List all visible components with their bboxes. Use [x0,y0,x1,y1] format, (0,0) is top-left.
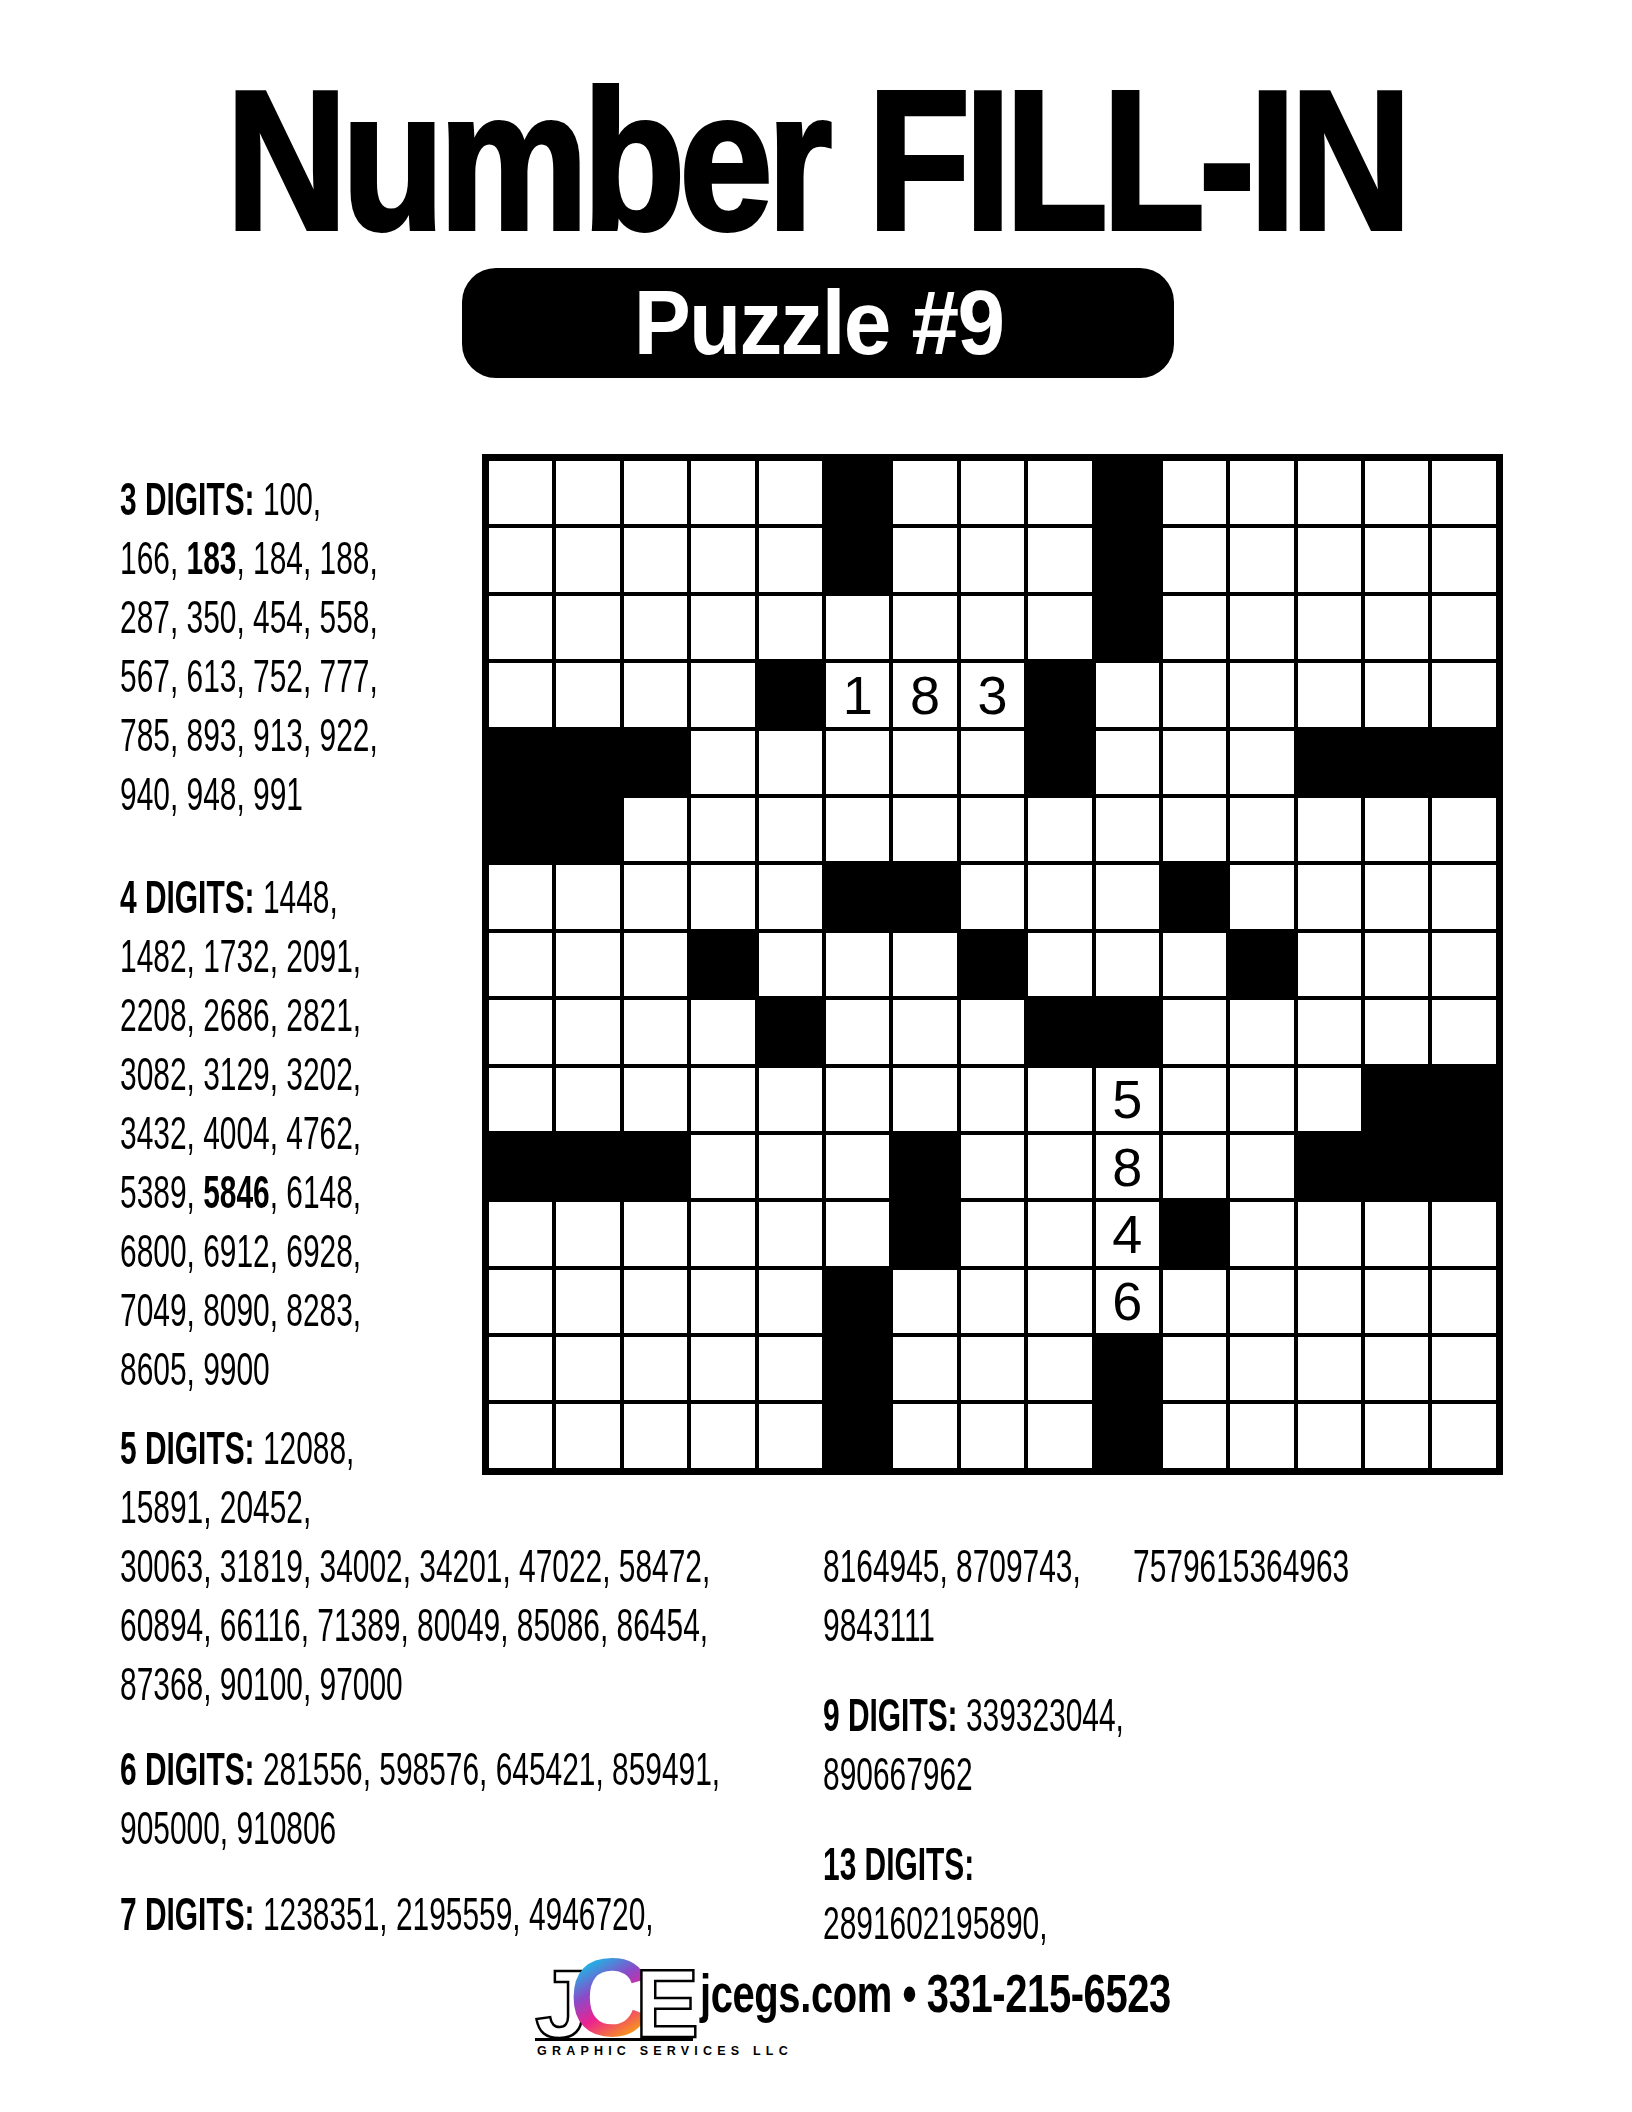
clue-line-text: 2891602195890, [823,1894,1047,1953]
clue-line: 2891602195890, [823,1894,1286,1953]
grid-cell-empty[interactable] [1296,863,1363,930]
grid-cell-empty[interactable] [1430,594,1497,661]
grid-cell-empty[interactable] [1228,1268,1295,1335]
prefilled-entry: 183 [187,532,237,584]
grid-cell-black [1296,729,1363,796]
clue-section-heading-line: 4 DIGITS: 1448, [120,868,1043,927]
grid-cell-empty[interactable] [1296,1402,1363,1469]
clue-line: 7049, 8090, 8283, [120,1281,1043,1340]
grid-cell-empty[interactable] [1363,1402,1430,1469]
grid-cell-black [1094,1402,1161,1469]
puzzle-page: Number FILL-IN Puzzle #9 1835846 3 DIGIT… [0,0,1632,2112]
grid-cell-empty[interactable] [1430,931,1497,998]
grid-cell-black [1430,729,1497,796]
grid-cell-empty[interactable] [1430,1402,1497,1469]
grid-cell-empty[interactable] [1228,1200,1295,1267]
clue-line: 940, 948, 991 [120,765,1043,824]
clue-line-text: 785, 893, 913, 922, [120,706,378,765]
clue-line: 3432, 4004, 4762, [120,1104,1043,1163]
grid-cell-empty[interactable] [1296,459,1363,526]
grid-cell-black [1363,1133,1430,1200]
grid-cell-empty[interactable] [1363,931,1430,998]
clue-line-text: 3 DIGITS: 100, [120,470,321,529]
clue-line-text: 7579615364963 [1133,1537,1349,1596]
clue-section-heading-line: 13 DIGITS: [823,1835,1286,1894]
grid-cell-empty[interactable] [1228,998,1295,1065]
grid-cell-black [1161,1200,1228,1267]
grid-cell-black [1094,526,1161,593]
clue-section-label: 13 DIGITS: [823,1838,974,1890]
clue-line-text: 8164945, 8709743, [823,1537,1081,1596]
clue-section-label: 3 DIGITS: [120,473,263,525]
grid-cell-empty[interactable] [1161,796,1228,863]
clue-line: 1482, 1732, 2091, [120,927,1043,986]
grid-cell-empty[interactable] [1228,1335,1295,1402]
clue-column-right: 8164945, 8709743,98431119 DIGITS: 339323… [823,1537,1286,1953]
grid-cell-black [1094,998,1161,1065]
grid-cell-black [1296,1133,1363,1200]
clue-line-text: 30063, 31819, 34002, 34201, 47022, 58472… [120,1537,710,1596]
clue-line-text: 6800, 6912, 6928, [120,1222,361,1281]
grid-cell-black [1430,1133,1497,1200]
grid-cell-black [1363,729,1430,796]
grid-cell-black [1094,1335,1161,1402]
clue-line: 6800, 6912, 6928, [120,1222,1043,1281]
clue-line-text: 2208, 2686, 2821, [120,986,361,1045]
grid-cell-empty[interactable] [1161,1335,1228,1402]
grid-cell-empty[interactable] [1296,594,1363,661]
grid-cell-empty[interactable] [1296,998,1363,1065]
grid-cell-empty[interactable] [1430,796,1497,863]
grid-cell-empty[interactable] [1228,796,1295,863]
grid-cell-empty[interactable] [1430,998,1497,1065]
clue-line-text: 287, 350, 454, 558, [120,588,378,647]
clue-section-label: 7 DIGITS: [120,1888,263,1940]
grid-cell-empty[interactable] [1161,1133,1228,1200]
clue-line-text: 3432, 4004, 4762, [120,1104,361,1163]
clue-line-text: 166, 183, 184, 188, [120,529,378,588]
grid-cell-empty[interactable] [1363,594,1430,661]
grid-cell-empty[interactable] [1228,526,1295,593]
grid-cell-empty[interactable] [1430,1200,1497,1267]
grid-cell-empty[interactable] [1296,1200,1363,1267]
clue-line-text: 8605, 9900 [120,1340,270,1399]
grid-cell-empty[interactable] [1363,863,1430,930]
grid-cell-empty[interactable] [1430,661,1497,728]
grid-cell-empty[interactable] [1094,796,1161,863]
grid-cell-empty[interactable] [1228,863,1295,930]
grid-cell-black [1363,1066,1430,1133]
grid-cell-empty[interactable] [1161,661,1228,728]
grid-cell-empty[interactable] [1296,1268,1363,1335]
grid-cell-empty[interactable] [1161,594,1228,661]
grid-cell-empty[interactable] [1161,1268,1228,1335]
grid-cell-empty[interactable] [1363,1335,1430,1402]
grid-cell-empty[interactable] [1363,526,1430,593]
grid-cell-empty[interactable] [1228,1402,1295,1469]
grid-cell-empty[interactable] [1296,1066,1363,1133]
clue-line-text: 9 DIGITS: 339323044, [823,1686,1124,1745]
clue-line-text: 15891, 20452, [120,1478,311,1537]
grid-cell-empty[interactable] [1296,661,1363,728]
grid-cell-empty[interactable] [1430,1335,1497,1402]
grid-cell-empty[interactable] [1296,931,1363,998]
clue-line-text: 6 DIGITS: 281556, 598576, 645421, 859491… [120,1740,720,1799]
clue-line-text: 4 DIGITS: 1448, [120,868,338,927]
clue-line: 7579615364963 [1133,1537,1466,1596]
grid-cell-empty[interactable] [1161,1402,1228,1469]
grid-cell-empty[interactable] [1363,661,1430,728]
grid-cell-black [1430,1066,1497,1133]
clue-line: 15891, 20452, [120,1478,1043,1537]
clue-line-text: 5 DIGITS: 12088, [120,1419,354,1478]
grid-cell-empty[interactable] [1363,1200,1430,1267]
clue-section-heading-line: 3 DIGITS: 100, [120,470,1043,529]
clue-line-text: 7049, 8090, 8283, [120,1281,361,1340]
grid-cell-given: 5 [1094,1066,1161,1133]
grid-cell-empty[interactable] [1228,594,1295,661]
clue-line-text: 890667962 [823,1745,973,1804]
grid-cell-empty[interactable] [1161,1066,1228,1133]
grid-cell-black [1228,931,1295,998]
grid-cell-black [1094,594,1161,661]
clue-line: 8605, 9900 [120,1340,1043,1399]
grid-cell-empty[interactable] [1094,661,1161,728]
grid-cell-empty[interactable] [1363,1268,1430,1335]
clue-line-text: 60894, 66116, 71389, 80049, 85086, 86454… [120,1596,708,1655]
grid-cell-empty[interactable] [1094,729,1161,796]
clue-line: 3082, 3129, 3202, [120,1045,1043,1104]
contact-info: jcegs.com • 331-215-6523 [700,1962,1171,2024]
logo-underline [535,2038,693,2041]
clue-line: 2208, 2686, 2821, [120,986,1043,1045]
grid-cell-empty[interactable] [1430,459,1497,526]
logo-subtext: GRAPHIC SERVICES LLC [537,2044,793,2058]
grid-cell-empty[interactable] [1161,459,1228,526]
clue-line: 166, 183, 184, 188, [120,529,1043,588]
footer-logo: J C E GRAPHIC SERVICES LLC [535,1948,693,2048]
clue-column-extra: 7579615364963 [1133,1537,1466,1596]
grid-cell-given: 8 [1094,1133,1161,1200]
clue-section-heading-line: 5 DIGITS: 12088, [120,1419,1043,1478]
grid-cell-empty[interactable] [1228,661,1295,728]
grid-cell-black [1094,459,1161,526]
grid-cell-empty[interactable] [1430,526,1497,593]
grid-cell-empty[interactable] [1161,526,1228,593]
prefilled-entry: 5846 [203,1166,270,1218]
clue-line-text: 3082, 3129, 3202, [120,1045,361,1104]
grid-cell-empty[interactable] [1228,729,1295,796]
grid-cell-empty[interactable] [1430,1268,1497,1335]
clue-line: 567, 613, 752, 777, [120,647,1043,706]
clue-line: 5389, 5846, 6148, [120,1163,1043,1222]
clue-section-label: 9 DIGITS: [823,1689,966,1741]
grid-cell-empty[interactable] [1296,526,1363,593]
puzzle-badge-label: Puzzle #9 [633,272,1003,375]
grid-cell-empty[interactable] [1296,1335,1363,1402]
grid-cell-empty[interactable] [1161,998,1228,1065]
grid-cell-empty[interactable] [1228,1066,1295,1133]
clue-line-text: 1482, 1732, 2091, [120,927,361,986]
grid-cell-empty[interactable] [1161,729,1228,796]
grid-cell-empty[interactable] [1228,459,1295,526]
grid-cell-empty[interactable] [1094,931,1161,998]
clue-line-text: 905000, 910806 [120,1799,336,1858]
grid-cell-empty[interactable] [1094,863,1161,930]
grid-cell-empty[interactable] [1161,931,1228,998]
clue-line: 287, 350, 454, 558, [120,588,1043,647]
puzzle-badge: Puzzle #9 [462,268,1174,378]
clue-line-text: 13 DIGITS: [823,1835,974,1894]
grid-cell-empty[interactable] [1363,459,1430,526]
grid-cell-given: 4 [1094,1200,1161,1267]
clue-line: 9843111 [823,1596,1286,1655]
clue-line-text: 5389, 5846, 6148, [120,1163,361,1222]
clue-line: 785, 893, 913, 922, [120,706,1043,765]
clue-section-heading-line: 9 DIGITS: 339323044, [823,1686,1286,1745]
page-title-text: Number FILL-IN [226,62,1406,260]
grid-cell-empty[interactable] [1228,1133,1295,1200]
grid-cell-empty[interactable] [1363,796,1430,863]
clue-section-label: 4 DIGITS: [120,871,263,923]
grid-cell-empty[interactable] [1296,796,1363,863]
clue-section-label: 6 DIGITS: [120,1743,263,1795]
clue-line-text: 567, 613, 752, 777, [120,647,378,706]
grid-cell-empty[interactable] [1363,998,1430,1065]
clue-line-text: 87368, 90100, 97000 [120,1655,403,1714]
clue-section-label: 5 DIGITS: [120,1422,263,1474]
grid-cell-empty[interactable] [1430,863,1497,930]
clue-line-text: 940, 948, 991 [120,765,303,824]
grid-cell-black [1161,863,1228,930]
grid-cell-given: 6 [1094,1268,1161,1335]
clue-line: 890667962 [823,1745,1286,1804]
page-title: Number FILL-IN [0,62,1632,260]
clue-line-text: 9843111 [823,1596,935,1655]
